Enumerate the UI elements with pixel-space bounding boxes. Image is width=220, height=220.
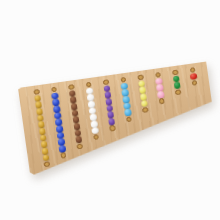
product-photo-canvas bbox=[0, 0, 220, 220]
pink-bead bbox=[157, 91, 165, 99]
board-rotation-wrapper bbox=[18, 62, 218, 176]
bead-stair-board bbox=[18, 62, 218, 176]
golden-bead bbox=[42, 154, 50, 162]
brass-pin-icon bbox=[51, 86, 57, 92]
brass-pin-icon bbox=[77, 143, 83, 149]
brass-pin-icon bbox=[126, 116, 132, 122]
bead-bar-6-purple[interactable] bbox=[101, 78, 118, 132]
light-blue-bead bbox=[124, 109, 132, 117]
brass-pin-icon bbox=[190, 67, 196, 73]
bead-bar-1-red[interactable] bbox=[187, 66, 200, 87]
brass-pin-icon bbox=[44, 161, 50, 167]
bead-bar-9-dark-blue[interactable] bbox=[49, 85, 69, 159]
bead-bar-8-brown[interactable] bbox=[66, 83, 85, 150]
red-bead bbox=[190, 73, 198, 81]
bead-bar-10-golden[interactable] bbox=[31, 88, 52, 169]
bead-bar-3-pink[interactable] bbox=[153, 71, 168, 105]
brass-pin-icon bbox=[172, 69, 178, 75]
brass-pin-icon bbox=[93, 134, 99, 140]
purple-bead bbox=[108, 118, 116, 126]
brass-pin-icon bbox=[109, 125, 115, 131]
brown-bead bbox=[75, 136, 83, 144]
brass-pin-icon bbox=[120, 77, 126, 83]
brass-pin-icon bbox=[142, 107, 148, 113]
yellow-bead bbox=[141, 100, 149, 108]
green-bead bbox=[173, 82, 181, 90]
brass-pin-icon bbox=[60, 152, 66, 158]
brass-pin-icon bbox=[155, 72, 161, 78]
bead-bars-container bbox=[18, 62, 218, 176]
brass-pin-icon bbox=[103, 79, 109, 85]
brass-pin-icon bbox=[191, 80, 197, 86]
bead-bar-2-green[interactable] bbox=[170, 68, 184, 96]
brass-pin-icon bbox=[175, 89, 181, 95]
brass-pin-icon bbox=[86, 81, 92, 87]
brass-pin-icon bbox=[34, 89, 40, 95]
bead-bar-4-yellow[interactable] bbox=[135, 73, 150, 114]
brass-pin-icon bbox=[138, 74, 144, 80]
bead-bar-7-white[interactable] bbox=[83, 80, 101, 141]
brass-pin-icon bbox=[68, 84, 74, 90]
bead-bar-5-light-blue[interactable] bbox=[118, 76, 134, 124]
white-bead bbox=[91, 127, 99, 135]
brass-pin-icon bbox=[159, 98, 165, 104]
dark-blue-bead bbox=[59, 145, 67, 153]
